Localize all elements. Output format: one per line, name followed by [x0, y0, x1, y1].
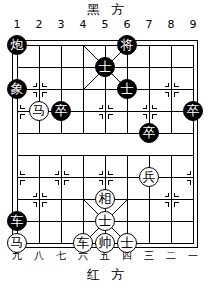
xiangqi-diagram: 黑 方 123456789 炮将士象士卒卒卒车马兵相士马车帅士 九八七六五四三二… — [0, 0, 212, 290]
piece-red-general[interactable]: 帅 — [95, 233, 115, 253]
piece-black-general[interactable]: 将 — [117, 35, 137, 55]
piece-black-cannon[interactable]: 炮 — [7, 35, 27, 55]
piece-black-soldier[interactable]: 卒 — [51, 101, 71, 121]
piece-black-soldier[interactable]: 卒 — [183, 101, 203, 121]
red-side-label: 红 方 — [0, 268, 212, 282]
piece-red-soldier[interactable]: 兵 — [139, 167, 159, 187]
piece-black-elephant[interactable]: 象 — [7, 79, 27, 99]
piece-red-horse[interactable]: 马 — [7, 233, 27, 253]
piece-red-chariot[interactable]: 车 — [73, 233, 93, 253]
file-label-bottom-7: 三 — [138, 250, 160, 262]
piece-black-advisor[interactable]: 士 — [117, 79, 137, 99]
piece-red-elephant[interactable]: 相 — [95, 189, 115, 209]
file-label-bottom-8: 二 — [160, 250, 182, 262]
piece-red-horse[interactable]: 马 — [29, 101, 49, 121]
piece-red-advisor[interactable]: 士 — [95, 211, 115, 231]
piece-grid: 炮将士象士卒卒卒车马兵相士马车帅士 — [6, 34, 204, 254]
piece-red-advisor[interactable]: 士 — [117, 233, 137, 253]
file-label-bottom-3: 七 — [50, 250, 72, 262]
piece-black-advisor[interactable]: 士 — [95, 57, 115, 77]
piece-black-soldier[interactable]: 卒 — [139, 123, 159, 143]
file-label-bottom-2: 八 — [28, 250, 50, 262]
piece-black-chariot[interactable]: 车 — [7, 211, 27, 231]
file-label-bottom-9: 一 — [182, 250, 204, 262]
